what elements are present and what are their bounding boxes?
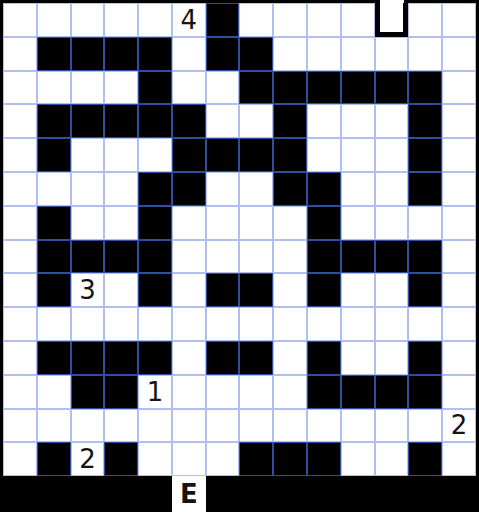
path-cell-r12c12[interactable] [408,409,442,443]
wall-cell-r2c12 [408,71,442,105]
path-cell-r11c8[interactable] [273,375,307,409]
wall-cell-r4c12 [408,138,442,172]
wall-cell-r1c6 [206,37,240,71]
wall-cell-r7c12 [408,240,442,274]
path-cell-r13c11[interactable] [375,442,409,476]
path-cell-r7c6[interactable] [206,240,240,274]
path-cell-r9c4[interactable] [138,307,172,341]
path-cell-r3c6[interactable] [206,104,240,138]
wall-cell-r10c1 [37,341,71,375]
wall-cell-r2c4 [138,71,172,105]
wall-cell-r1c4 [138,37,172,71]
wall-cell-r1c1 [37,37,71,71]
wall-cell-r14c0 [3,476,37,512]
path-cell-r5c0[interactable] [3,172,37,206]
path-cell-r0c8[interactable] [273,3,307,37]
path-cell-r10c13[interactable] [442,341,476,375]
path-cell-r8c5[interactable] [172,273,206,307]
wall-cell-r6c9 [307,206,341,240]
path-cell-r0c13[interactable] [442,3,476,37]
path-cell-r8c3[interactable] [104,273,138,307]
waypoint-cell-r13c2[interactable]: 2 [71,442,105,476]
path-cell-r3c9[interactable] [307,104,341,138]
path-cell-r0c12[interactable] [408,3,442,37]
wall-cell-r0c6 [206,3,240,37]
path-cell-r4c0[interactable] [3,138,37,172]
path-cell-r9c10[interactable] [341,307,375,341]
path-cell-r6c12[interactable] [408,206,442,240]
wall-cell-r3c8 [273,104,307,138]
wall-cell-r4c1 [37,138,71,172]
wall-cell-r3c12 [408,104,442,138]
path-cell-r4c2[interactable] [71,138,105,172]
path-cell-r12c0[interactable] [3,409,37,443]
waypoint-label: 2 [451,412,468,438]
entrance-cell-r0c11[interactable] [375,3,409,37]
wall-cell-r11c10 [341,375,375,409]
path-cell-r10c5[interactable] [172,341,206,375]
wall-cell-r1c7 [239,37,273,71]
path-cell-r11c13[interactable] [442,375,476,409]
path-cell-r5c6[interactable] [206,172,240,206]
path-cell-r7c7[interactable] [239,240,273,274]
wall-cell-r13c9 [307,442,341,476]
path-cell-r12c4[interactable] [138,409,172,443]
wall-cell-r5c8 [273,172,307,206]
path-cell-r6c6[interactable] [206,206,240,240]
path-cell-r6c7[interactable] [239,206,273,240]
wall-cell-r3c2 [71,104,105,138]
path-cell-r12c5[interactable] [172,409,206,443]
path-cell-r0c4[interactable] [138,3,172,37]
wall-cell-r13c3 [104,442,138,476]
wall-cell-r1c2 [71,37,105,71]
wall-cell-r6c4 [138,206,172,240]
path-cell-r9c11[interactable] [375,307,409,341]
maze-grid[interactable]: 43122E [3,3,476,512]
path-cell-r7c5[interactable] [172,240,206,274]
path-cell-r6c3[interactable] [104,206,138,240]
path-cell-r9c3[interactable] [104,307,138,341]
wall-cell-r4c5 [172,138,206,172]
wall-cell-r5c9 [307,172,341,206]
path-cell-r3c13[interactable] [442,104,476,138]
wall-cell-r3c3 [104,104,138,138]
path-cell-r0c9[interactable] [307,3,341,37]
path-cell-r6c0[interactable] [3,206,37,240]
path-cell-r9c6[interactable] [206,307,240,341]
wall-cell-r3c4 [138,104,172,138]
path-cell-r4c10[interactable] [341,138,375,172]
wall-cell-r6c1 [37,206,71,240]
path-cell-r6c8[interactable] [273,206,307,240]
path-cell-r1c9[interactable] [307,37,341,71]
path-cell-r11c1[interactable] [37,375,71,409]
waypoint-cell-r8c2[interactable]: 3 [71,273,105,307]
path-cell-r9c13[interactable] [442,307,476,341]
path-cell-r6c11[interactable] [375,206,409,240]
wall-cell-r8c4 [138,273,172,307]
path-cell-r12c10[interactable] [341,409,375,443]
waypoint-label: 4 [181,7,198,33]
wall-cell-r11c2 [71,375,105,409]
path-cell-r3c7[interactable] [239,104,273,138]
path-cell-r9c0[interactable] [3,307,37,341]
path-cell-r1c8[interactable] [273,37,307,71]
waypoint-label: 1 [147,379,164,405]
path-cell-r1c10[interactable] [341,37,375,71]
path-cell-r9c7[interactable] [239,307,273,341]
path-cell-r5c7[interactable] [239,172,273,206]
wall-cell-r11c9 [307,375,341,409]
path-cell-r5c3[interactable] [104,172,138,206]
wall-cell-r3c5 [172,104,206,138]
wall-cell-r14c7 [239,476,273,512]
path-cell-r5c13[interactable] [442,172,476,206]
wall-cell-r10c7 [239,341,273,375]
wall-cell-r4c6 [206,138,240,172]
path-cell-r13c10[interactable] [341,442,375,476]
wall-cell-r14c13 [442,476,476,512]
wall-cell-r14c1 [37,476,71,512]
path-cell-r1c13[interactable] [442,37,476,71]
path-cell-r9c9[interactable] [307,307,341,341]
wall-cell-r8c12 [408,273,442,307]
path-cell-r0c2[interactable] [71,3,105,37]
wall-cell-r8c6 [206,273,240,307]
waypoint-label: 2 [79,446,96,472]
path-cell-r6c2[interactable] [71,206,105,240]
wall-cell-r7c1 [37,240,71,274]
wall-cell-r7c10 [341,240,375,274]
entrance-opening[interactable] [380,0,404,3]
path-cell-r5c1[interactable] [37,172,71,206]
wall-cell-r2c11 [375,71,409,105]
path-cell-r2c2[interactable] [71,71,105,105]
path-cell-r7c8[interactable] [273,240,307,274]
wall-cell-r11c11 [375,375,409,409]
wall-cell-r14c2 [71,476,105,512]
wall-cell-r1c3 [104,37,138,71]
wall-cell-r2c10 [341,71,375,105]
wall-cell-r2c8 [273,71,307,105]
waypoint-cell-r0c5[interactable]: 4 [172,3,206,37]
exit-label: E [180,481,198,507]
wall-cell-r8c1 [37,273,71,307]
path-cell-r8c8[interactable] [273,273,307,307]
path-cell-r9c5[interactable] [172,307,206,341]
path-cell-r1c0[interactable] [3,37,37,71]
path-cell-r9c8[interactable] [273,307,307,341]
wall-cell-r5c5 [172,172,206,206]
path-cell-r8c13[interactable] [442,273,476,307]
wall-cell-r7c2 [71,240,105,274]
wall-cell-r11c3 [104,375,138,409]
wall-cell-r2c7 [239,71,273,105]
path-cell-r12c1[interactable] [37,409,71,443]
wall-cell-r11c12 [408,375,442,409]
path-cell-r4c11[interactable] [375,138,409,172]
wall-cell-r10c9 [307,341,341,375]
path-cell-r11c7[interactable] [239,375,273,409]
path-cell-r6c10[interactable] [341,206,375,240]
wall-cell-r10c12 [408,341,442,375]
path-cell-r12c9[interactable] [307,409,341,443]
wall-cell-r10c4 [138,341,172,375]
wall-cell-r10c3 [104,341,138,375]
path-cell-r3c10[interactable] [341,104,375,138]
path-cell-r1c11[interactable] [375,37,409,71]
waypoint-label: 3 [79,277,96,303]
path-cell-r9c1[interactable] [37,307,71,341]
wall-cell-r4c8 [273,138,307,172]
exit-cell-r14c5[interactable]: E [172,476,206,512]
path-cell-r0c10[interactable] [341,3,375,37]
path-cell-r13c13[interactable] [442,442,476,476]
wall-cell-r4c7 [239,138,273,172]
path-cell-r2c5[interactable] [172,71,206,105]
path-cell-r2c0[interactable] [3,71,37,105]
path-cell-r8c11[interactable] [375,273,409,307]
wall-cell-r5c12 [408,172,442,206]
wall-cell-r7c4 [138,240,172,274]
wall-cell-r13c1 [37,442,71,476]
wall-cell-r7c9 [307,240,341,274]
path-cell-r1c12[interactable] [408,37,442,71]
path-cell-r13c4[interactable] [138,442,172,476]
wall-cell-r14c4 [138,476,172,512]
path-cell-r4c13[interactable] [442,138,476,172]
wall-cell-r14c10 [341,476,375,512]
wall-cell-r3c1 [37,104,71,138]
path-cell-r13c0[interactable] [3,442,37,476]
wall-cell-r2c9 [307,71,341,105]
path-cell-r7c0[interactable] [3,240,37,274]
wall-cell-r14c9 [307,476,341,512]
wall-cell-r10c6 [206,341,240,375]
path-cell-r0c7[interactable] [239,3,273,37]
path-cell-r12c11[interactable] [375,409,409,443]
wall-cell-r7c3 [104,240,138,274]
wall-cell-r14c12 [408,476,442,512]
wall-cell-r8c7 [239,273,273,307]
path-cell-r11c5[interactable] [172,375,206,409]
path-cell-r5c11[interactable] [375,172,409,206]
path-cell-r2c6[interactable] [206,71,240,105]
path-cell-r10c11[interactable] [375,341,409,375]
path-cell-r4c4[interactable] [138,138,172,172]
wall-cell-r5c4 [138,172,172,206]
path-cell-r12c7[interactable] [239,409,273,443]
path-cell-r4c3[interactable] [104,138,138,172]
path-cell-r12c6[interactable] [206,409,240,443]
wall-cell-r14c3 [104,476,138,512]
path-cell-r11c0[interactable] [3,375,37,409]
wall-cell-r14c6 [206,476,240,512]
path-cell-r13c6[interactable] [206,442,240,476]
path-cell-r1c5[interactable] [172,37,206,71]
path-cell-r2c13[interactable] [442,71,476,105]
path-cell-r7c13[interactable] [442,240,476,274]
wall-cell-r8c9 [307,273,341,307]
path-cell-r0c3[interactable] [104,3,138,37]
path-cell-r4c9[interactable] [307,138,341,172]
path-cell-r8c0[interactable] [3,273,37,307]
path-cell-r10c8[interactable] [273,341,307,375]
path-cell-r3c11[interactable] [375,104,409,138]
path-cell-r12c8[interactable] [273,409,307,443]
waypoint-cell-r12c13[interactable]: 2 [442,409,476,443]
path-cell-r10c0[interactable] [3,341,37,375]
maze-board: 43122E [0,0,479,512]
path-cell-r12c3[interactable] [104,409,138,443]
path-cell-r10c10[interactable] [341,341,375,375]
path-cell-r6c5[interactable] [172,206,206,240]
waypoint-cell-r11c4[interactable]: 1 [138,375,172,409]
path-cell-r8c10[interactable] [341,273,375,307]
wall-cell-r13c7 [239,442,273,476]
wall-cell-r10c2 [71,341,105,375]
path-cell-r0c1[interactable] [37,3,71,37]
wall-cell-r13c8 [273,442,307,476]
path-cell-r5c10[interactable] [341,172,375,206]
path-cell-r0c0[interactable] [3,3,37,37]
path-cell-r3c0[interactable] [3,104,37,138]
wall-cell-r13c12 [408,442,442,476]
path-cell-r9c12[interactable] [408,307,442,341]
path-cell-r9c2[interactable] [71,307,105,341]
path-cell-r2c1[interactable] [37,71,71,105]
path-cell-r6c13[interactable] [442,206,476,240]
wall-cell-r14c8 [273,476,307,512]
wall-cell-r14c11 [375,476,409,512]
path-cell-r11c6[interactable] [206,375,240,409]
path-cell-r5c2[interactable] [71,172,105,206]
wall-cell-r7c11 [375,240,409,274]
path-cell-r13c5[interactable] [172,442,206,476]
path-cell-r2c3[interactable] [104,71,138,105]
path-cell-r12c2[interactable] [71,409,105,443]
